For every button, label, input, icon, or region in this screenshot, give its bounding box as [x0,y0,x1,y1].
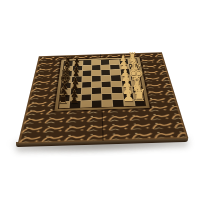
board-grid [57,58,145,109]
square [128,63,137,68]
square [81,87,90,93]
square [58,101,68,108]
square [112,86,122,92]
square [101,87,111,93]
square [102,93,112,99]
square [91,93,101,99]
square [120,69,129,74]
square [119,64,128,69]
square [129,69,138,74]
chess-set-product-photo[interactable]: ♜♟♟♜♞♟♟♞♝♟♟♝♛♟♟♛♚♟♟♚♝♟♟♝♞♟♟♞♜♟♟♜ [0,0,200,200]
square [100,59,108,64]
square [80,100,90,107]
playing-field [54,57,149,111]
square [101,64,110,69]
square [59,94,69,100]
square [123,99,134,106]
square [112,99,122,106]
square [134,99,145,106]
square [71,88,81,94]
square [132,86,142,92]
square [64,60,73,65]
square [71,82,80,88]
square [91,65,100,70]
square [91,70,100,75]
square [111,75,120,81]
square [122,86,132,92]
square [82,60,90,65]
square [122,92,132,98]
square [101,70,110,75]
square [110,69,119,74]
square [110,59,119,64]
square [61,82,71,88]
square [69,101,79,108]
square [91,81,100,87]
square [81,76,90,82]
square [91,75,100,81]
square [81,94,91,100]
square [70,94,80,100]
square [73,65,82,70]
square [72,70,81,75]
square [131,80,141,86]
square [121,80,131,86]
square [112,93,122,99]
square [130,74,140,80]
square [91,87,100,93]
square [111,80,121,86]
square [120,74,129,80]
square [72,76,81,82]
square [91,60,99,65]
square [60,88,70,94]
square [63,65,72,70]
square [101,81,110,87]
square [102,100,112,107]
square [62,71,71,76]
square [91,100,101,107]
board-perspective-wrapper [27,10,175,169]
square [119,59,128,64]
square [110,64,119,69]
square [62,76,71,82]
square [133,92,144,98]
square [73,60,82,65]
square [81,81,90,87]
square [82,65,91,70]
square [101,75,110,81]
square [82,70,91,75]
square [128,58,137,63]
chess-board [17,52,188,143]
